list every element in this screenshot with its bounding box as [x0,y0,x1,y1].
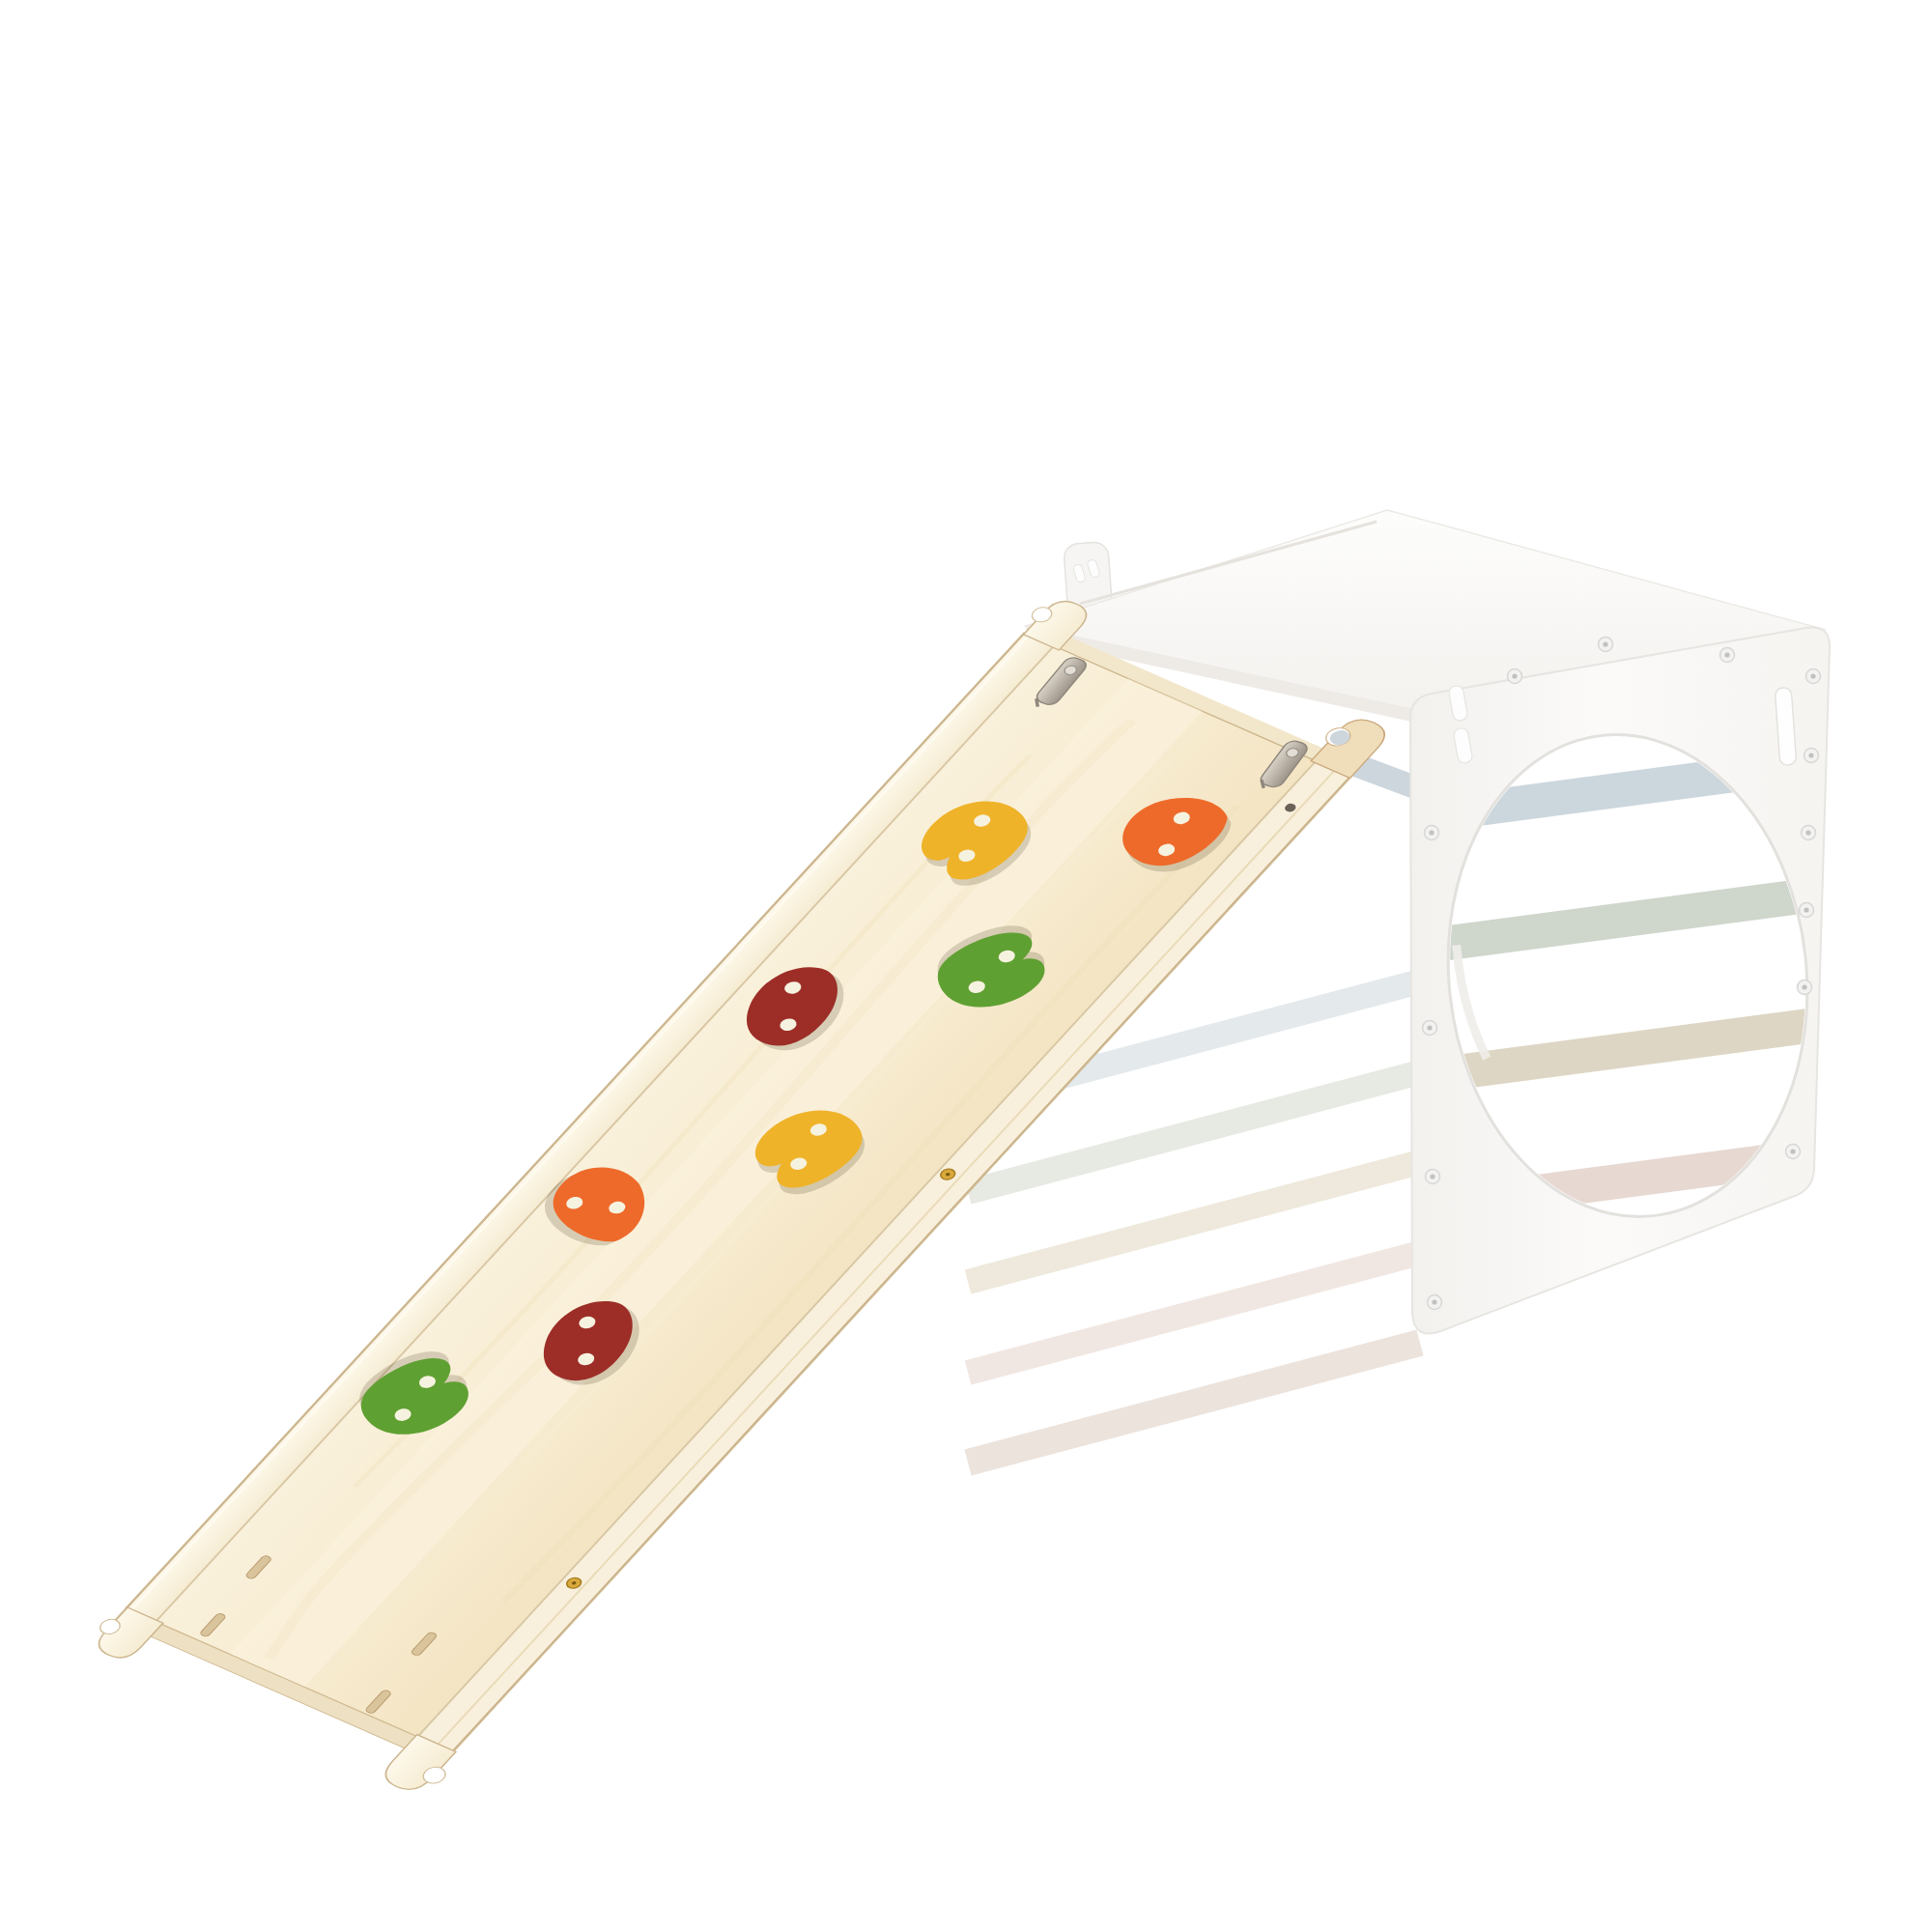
climbing-ramp [80,584,1405,1800]
product-photo-stage [0,0,1932,1932]
climbing-cube-ramp-illustration [0,0,1932,1932]
cube-front-panel [1410,627,1831,1333]
